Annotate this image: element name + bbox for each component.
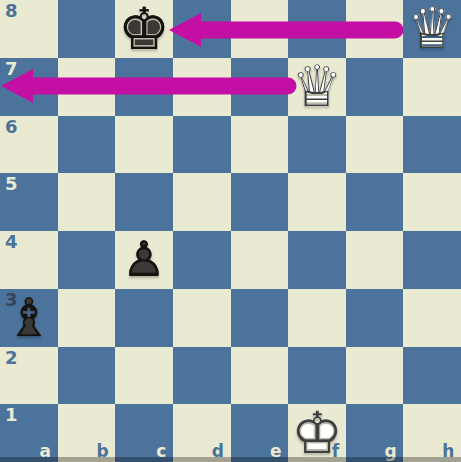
black-bishop-glyph-fill: ♝ <box>0 289 58 347</box>
piece-black-pawn[interactable]: ♟♙ <box>115 231 173 289</box>
black-pawn-glyph-fill: ♟ <box>115 231 173 289</box>
white-queen-glyph-outline: ♕ <box>288 58 346 116</box>
piece-white-queen[interactable]: ♛♕ <box>403 0 461 58</box>
white-king-glyph-outline: ♔ <box>288 404 346 462</box>
black-bishop-glyph-outline: ♗ <box>0 289 58 347</box>
black-king-glyph-fill: ♚ <box>115 0 173 58</box>
piece-white-queen[interactable]: ♛♕ <box>288 58 346 116</box>
black-pawn-glyph-outline: ♙ <box>115 231 173 289</box>
white-queen-glyph-fill: ♛ <box>403 0 461 58</box>
white-queen-glyph-fill: ♛ <box>288 58 346 116</box>
piece-black-bishop[interactable]: ♝♗ <box>0 289 58 347</box>
piece-white-king[interactable]: ♚♔ <box>288 404 346 462</box>
white-queen-glyph-outline: ♕ <box>403 0 461 58</box>
pieces-layer: ♚♔♛♕♛♕♟♙♝♗♚♔ <box>0 0 461 462</box>
chess-board: ♚♔♛♕♛♕♟♙♝♗♚♔ 87654321abcdefgh <box>0 0 461 462</box>
piece-black-king[interactable]: ♚♔ <box>115 0 173 58</box>
white-king-glyph-fill: ♚ <box>288 404 346 462</box>
black-king-glyph-outline: ♔ <box>115 0 173 58</box>
